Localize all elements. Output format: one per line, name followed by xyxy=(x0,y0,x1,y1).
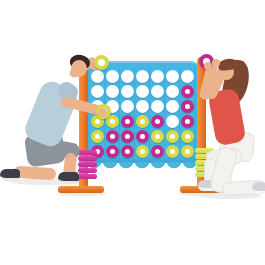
empty-slot xyxy=(151,85,164,98)
empty-slot xyxy=(91,70,104,83)
man-held-yellow-disc-top xyxy=(94,55,109,70)
empty-slot xyxy=(181,70,194,83)
empty-slot xyxy=(121,70,134,83)
empty-slot xyxy=(166,70,179,83)
cell-r4c7 xyxy=(180,114,195,129)
cell-r4c5 xyxy=(150,114,165,129)
empty-slot xyxy=(121,85,134,98)
cell-r2c3 xyxy=(120,84,135,99)
cell-r1c5 xyxy=(150,69,165,84)
magenta-stacked-disc xyxy=(78,156,97,161)
magenta-disc xyxy=(181,115,194,128)
empty-slot xyxy=(136,85,149,98)
man-back-shoe xyxy=(0,169,20,181)
cell-r1c3 xyxy=(120,69,135,84)
cell-r5c6 xyxy=(165,129,180,144)
magenta-disc xyxy=(181,100,194,113)
cell-r4c3 xyxy=(120,114,135,129)
cell-r2c2 xyxy=(105,84,120,99)
cell-r5c5 xyxy=(150,129,165,144)
empty-slot xyxy=(136,100,149,113)
empty-slot xyxy=(106,70,119,83)
cell-r2c4 xyxy=(135,84,150,99)
empty-slot xyxy=(166,100,179,113)
empty-slot xyxy=(151,100,164,113)
cell-r5c1 xyxy=(90,129,105,144)
magenta-disc xyxy=(121,130,134,143)
empty-slot xyxy=(166,115,179,128)
yellow-disc xyxy=(181,130,194,143)
cell-r4c4 xyxy=(135,114,150,129)
cell-r6c3 xyxy=(120,144,135,159)
yellow-disc xyxy=(136,115,149,128)
empty-slot xyxy=(106,85,119,98)
woman-hand-right xyxy=(212,59,220,67)
empty-slot xyxy=(91,85,104,98)
yellow-disc xyxy=(181,145,194,158)
yellow-disc xyxy=(136,145,149,158)
magenta-disc xyxy=(106,145,119,158)
cell-r1c2 xyxy=(105,69,120,84)
cell-r5c7 xyxy=(180,129,195,144)
man-front-shoe xyxy=(58,172,79,184)
magenta-stacked-disc xyxy=(78,168,97,173)
woman-back-shoe xyxy=(252,182,265,194)
cell-r5c2 xyxy=(105,129,120,144)
cell-r6c7 xyxy=(180,144,195,159)
magenta-disc xyxy=(121,145,134,158)
cell-r2c1 xyxy=(90,84,105,99)
scene xyxy=(0,0,265,265)
cell-r1c4 xyxy=(135,69,150,84)
cell-r4c6 xyxy=(165,114,180,129)
empty-slot xyxy=(151,70,164,83)
magenta-stacked-disc xyxy=(78,162,97,167)
magenta-disc xyxy=(151,115,164,128)
yellow-disc xyxy=(166,145,179,158)
magenta-disc xyxy=(136,130,149,143)
magenta-disc xyxy=(151,145,164,158)
cell-r1c1 xyxy=(90,69,105,84)
empty-slot xyxy=(121,100,134,113)
cell-r6c4 xyxy=(135,144,150,159)
magenta-disc xyxy=(121,115,134,128)
cell-r1c7 xyxy=(180,69,195,84)
cell-r3c5 xyxy=(150,99,165,114)
man-head xyxy=(71,60,87,77)
magenta-disc xyxy=(106,130,119,143)
yellow-disc xyxy=(91,130,104,143)
cell-r2c7 xyxy=(180,84,195,99)
cell-r5c4 xyxy=(135,129,150,144)
cell-r5c3 xyxy=(120,129,135,144)
cell-r2c6 xyxy=(165,84,180,99)
woman-hand-left xyxy=(204,62,212,70)
magenta-stacked-disc xyxy=(78,174,97,179)
left-foot xyxy=(58,186,104,193)
man-forward-hand xyxy=(98,108,107,117)
magenta-stacked-disc xyxy=(78,150,97,155)
cell-r6c6 xyxy=(165,144,180,159)
magenta-disc xyxy=(181,85,194,98)
yellow-disc xyxy=(151,130,164,143)
magenta-disc-stack xyxy=(78,150,97,180)
yellow-disc xyxy=(166,130,179,143)
cell-r1c6 xyxy=(165,69,180,84)
cell-r3c7 xyxy=(180,99,195,114)
cell-r3c4 xyxy=(135,99,150,114)
empty-slot xyxy=(166,85,179,98)
cell-r2c5 xyxy=(150,84,165,99)
board-scallop-edge xyxy=(86,162,199,170)
empty-slot xyxy=(136,70,149,83)
cell-r3c3 xyxy=(120,99,135,114)
cell-r3c6 xyxy=(165,99,180,114)
cell-r6c5 xyxy=(150,144,165,159)
cell-r6c2 xyxy=(105,144,120,159)
